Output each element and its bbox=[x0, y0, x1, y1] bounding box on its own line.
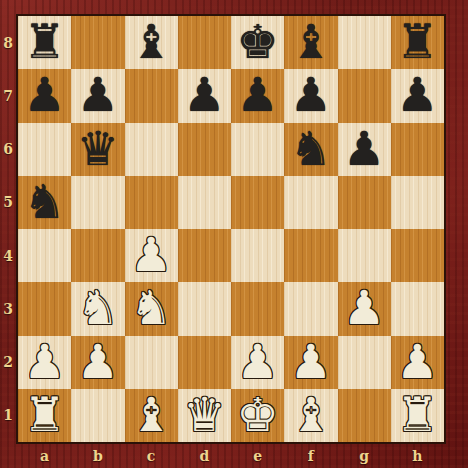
square-g4[interactable] bbox=[338, 229, 391, 282]
square-h7[interactable]: ♟ bbox=[391, 69, 444, 122]
piece-black-pawn: ♟ bbox=[77, 71, 119, 118]
square-a7[interactable]: ♟ bbox=[18, 69, 71, 122]
piece-white-pawn: ♟ bbox=[130, 231, 172, 278]
square-h4[interactable] bbox=[391, 229, 444, 282]
square-c6[interactable] bbox=[125, 123, 178, 176]
square-b5[interactable] bbox=[71, 176, 124, 229]
square-c3[interactable]: ♞ bbox=[125, 282, 178, 335]
square-d4[interactable] bbox=[178, 229, 231, 282]
square-b6[interactable]: ♛ bbox=[71, 123, 124, 176]
square-f6[interactable]: ♞ bbox=[284, 123, 337, 176]
square-g3[interactable]: ♟ bbox=[338, 282, 391, 335]
square-f2[interactable]: ♟ bbox=[284, 336, 337, 389]
square-b1[interactable] bbox=[71, 389, 124, 442]
square-e5[interactable] bbox=[231, 176, 284, 229]
piece-white-pawn: ♟ bbox=[237, 338, 279, 385]
piece-black-bishop: ♝ bbox=[290, 18, 332, 65]
square-c8[interactable]: ♝ bbox=[125, 16, 178, 69]
square-e6[interactable] bbox=[231, 123, 284, 176]
square-c2[interactable] bbox=[125, 336, 178, 389]
square-e7[interactable]: ♟ bbox=[231, 69, 284, 122]
square-a6[interactable] bbox=[18, 123, 71, 176]
piece-black-bishop: ♝ bbox=[130, 18, 172, 65]
square-h6[interactable] bbox=[391, 123, 444, 176]
piece-black-king: ♚ bbox=[237, 18, 279, 65]
square-a4[interactable] bbox=[18, 229, 71, 282]
piece-black-pawn: ♟ bbox=[183, 71, 225, 118]
piece-white-bishop: ♝ bbox=[130, 391, 172, 438]
rank-labels: 87654321 bbox=[0, 16, 16, 442]
piece-black-pawn: ♟ bbox=[290, 71, 332, 118]
piece-black-knight: ♞ bbox=[24, 178, 66, 225]
square-d6[interactable] bbox=[178, 123, 231, 176]
square-d3[interactable] bbox=[178, 282, 231, 335]
square-d7[interactable]: ♟ bbox=[178, 69, 231, 122]
piece-white-knight: ♞ bbox=[130, 284, 172, 331]
piece-white-rook: ♜ bbox=[24, 391, 66, 438]
square-e8[interactable]: ♚ bbox=[231, 16, 284, 69]
square-g2[interactable] bbox=[338, 336, 391, 389]
square-d5[interactable] bbox=[178, 176, 231, 229]
square-e3[interactable] bbox=[231, 282, 284, 335]
piece-white-king: ♚ bbox=[237, 391, 279, 438]
square-b4[interactable] bbox=[71, 229, 124, 282]
piece-white-pawn: ♟ bbox=[290, 338, 332, 385]
square-a3[interactable] bbox=[18, 282, 71, 335]
square-f5[interactable] bbox=[284, 176, 337, 229]
piece-white-pawn: ♟ bbox=[77, 338, 119, 385]
square-a2[interactable]: ♟ bbox=[18, 336, 71, 389]
file-label-c: c bbox=[125, 444, 178, 468]
rank-label-5: 5 bbox=[0, 176, 16, 229]
square-f4[interactable] bbox=[284, 229, 337, 282]
square-h2[interactable]: ♟ bbox=[391, 336, 444, 389]
square-c1[interactable]: ♝ bbox=[125, 389, 178, 442]
square-f8[interactable]: ♝ bbox=[284, 16, 337, 69]
piece-white-pawn: ♟ bbox=[24, 338, 66, 385]
square-f3[interactable] bbox=[284, 282, 337, 335]
piece-black-pawn: ♟ bbox=[24, 71, 66, 118]
piece-black-knight: ♞ bbox=[290, 125, 332, 172]
piece-white-rook: ♜ bbox=[396, 391, 438, 438]
square-h5[interactable] bbox=[391, 176, 444, 229]
board-frame: ♜♝♚♝♜♟♟♟♟♟♟♛♞♟♞♟♞♞♟♟♟♟♟♟♜♝♛♚♝♜ bbox=[16, 14, 446, 444]
rank-label-3: 3 bbox=[0, 282, 16, 335]
piece-white-queen: ♛ bbox=[183, 391, 225, 438]
file-labels: abcdefgh bbox=[18, 444, 444, 468]
square-g7[interactable] bbox=[338, 69, 391, 122]
square-h1[interactable]: ♜ bbox=[391, 389, 444, 442]
rank-label-6: 6 bbox=[0, 123, 16, 176]
rank-label-4: 4 bbox=[0, 229, 16, 282]
square-a1[interactable]: ♜ bbox=[18, 389, 71, 442]
rank-label-2: 2 bbox=[0, 336, 16, 389]
square-f7[interactable]: ♟ bbox=[284, 69, 337, 122]
piece-white-bishop: ♝ bbox=[290, 391, 332, 438]
square-g5[interactable] bbox=[338, 176, 391, 229]
square-h8[interactable]: ♜ bbox=[391, 16, 444, 69]
square-g6[interactable]: ♟ bbox=[338, 123, 391, 176]
square-d8[interactable] bbox=[178, 16, 231, 69]
piece-black-rook: ♜ bbox=[396, 18, 438, 65]
square-e4[interactable] bbox=[231, 229, 284, 282]
chess-board: ♜♝♚♝♜♟♟♟♟♟♟♛♞♟♞♟♞♞♟♟♟♟♟♟♜♝♛♚♝♜ bbox=[18, 16, 444, 442]
square-a5[interactable]: ♞ bbox=[18, 176, 71, 229]
piece-black-rook: ♜ bbox=[24, 18, 66, 65]
square-e1[interactable]: ♚ bbox=[231, 389, 284, 442]
square-e2[interactable]: ♟ bbox=[231, 336, 284, 389]
file-label-g: g bbox=[338, 444, 391, 468]
file-label-e: e bbox=[231, 444, 284, 468]
square-d1[interactable]: ♛ bbox=[178, 389, 231, 442]
square-b8[interactable] bbox=[71, 16, 124, 69]
piece-white-pawn: ♟ bbox=[396, 338, 438, 385]
chess-diagram: 87654321 abcdefgh ♜♝♚♝♜♟♟♟♟♟♟♛♞♟♞♟♞♞♟♟♟♟… bbox=[0, 0, 468, 468]
square-g8[interactable] bbox=[338, 16, 391, 69]
piece-black-pawn: ♟ bbox=[396, 71, 438, 118]
square-g1[interactable] bbox=[338, 389, 391, 442]
square-b3[interactable]: ♞ bbox=[71, 282, 124, 335]
square-b7[interactable]: ♟ bbox=[71, 69, 124, 122]
file-label-b: b bbox=[71, 444, 124, 468]
rank-label-1: 1 bbox=[0, 389, 16, 442]
piece-white-knight: ♞ bbox=[77, 284, 119, 331]
square-h3[interactable] bbox=[391, 282, 444, 335]
square-f1[interactable]: ♝ bbox=[284, 389, 337, 442]
square-c5[interactable] bbox=[125, 176, 178, 229]
square-a8[interactable]: ♜ bbox=[18, 16, 71, 69]
square-c4[interactable]: ♟ bbox=[125, 229, 178, 282]
square-b2[interactable]: ♟ bbox=[71, 336, 124, 389]
rank-label-7: 7 bbox=[0, 69, 16, 122]
piece-black-pawn: ♟ bbox=[343, 125, 385, 172]
square-c7[interactable] bbox=[125, 69, 178, 122]
piece-black-pawn: ♟ bbox=[237, 71, 279, 118]
square-d2[interactable] bbox=[178, 336, 231, 389]
file-label-d: d bbox=[178, 444, 231, 468]
piece-black-queen: ♛ bbox=[77, 125, 119, 172]
piece-white-pawn: ♟ bbox=[343, 284, 385, 331]
file-label-a: a bbox=[18, 444, 71, 468]
file-label-h: h bbox=[391, 444, 444, 468]
rank-label-8: 8 bbox=[0, 16, 16, 69]
file-label-f: f bbox=[284, 444, 337, 468]
